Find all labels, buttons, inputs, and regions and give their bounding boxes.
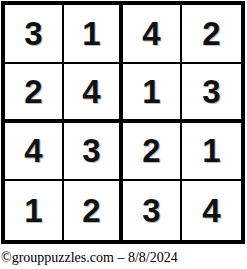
- cell-r4c4: 4: [182, 181, 241, 240]
- credit-line: ©grouppuzzles.com – 8/8/2024: [1, 250, 178, 266]
- cell-digit: 2: [142, 134, 160, 167]
- cell-digit: 3: [82, 134, 100, 167]
- cell-r1c4: 2: [182, 5, 241, 64]
- cell-r3c4: 1: [182, 123, 241, 182]
- cell-digit: 1: [142, 75, 160, 108]
- cell-digit: 1: [82, 17, 100, 50]
- cell-digit: 3: [202, 75, 220, 108]
- sudoku-board: 3142241343211234: [1, 1, 245, 244]
- cell-digit: 2: [24, 75, 42, 108]
- cell-r3c1: 4: [5, 123, 64, 182]
- cell-r1c1: 3: [5, 5, 64, 64]
- cell-digit: 1: [202, 134, 220, 167]
- cell-digit: 4: [82, 75, 100, 108]
- cell-digit: 2: [82, 194, 100, 227]
- cell-r3c2: 3: [64, 123, 123, 182]
- puzzle-image: 3142241343211234 ©grouppuzzles.com – 8/8…: [0, 0, 247, 269]
- cell-r1c3: 4: [123, 5, 182, 64]
- cell-digit: 3: [24, 17, 42, 50]
- cell-r4c1: 1: [5, 181, 64, 240]
- cell-digit: 4: [24, 134, 42, 167]
- cell-r2c3: 1: [123, 64, 182, 123]
- cell-r2c4: 3: [182, 64, 241, 123]
- cell-digit: 3: [142, 194, 160, 227]
- cell-r1c2: 1: [64, 5, 123, 64]
- cell-r2c2: 4: [64, 64, 123, 123]
- cell-digit: 2: [202, 17, 220, 50]
- cell-r4c2: 2: [64, 181, 123, 240]
- cell-digit: 4: [142, 17, 160, 50]
- cell-r4c3: 3: [123, 181, 182, 240]
- cell-r2c1: 2: [5, 64, 64, 123]
- cell-digit: 4: [202, 194, 220, 227]
- cell-r3c3: 2: [123, 123, 182, 182]
- cell-digit: 1: [24, 194, 42, 227]
